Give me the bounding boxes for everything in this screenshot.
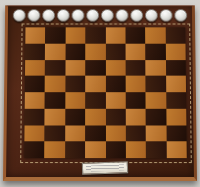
square-h4[interactable] (166, 92, 186, 108)
square-d4[interactable] (85, 92, 105, 108)
square-e8[interactable] (105, 27, 125, 43)
white-pieces-tray (13, 8, 187, 22)
square-a3[interactable] (25, 109, 45, 125)
square-c7[interactable] (65, 43, 85, 59)
square-a4[interactable] (25, 92, 45, 108)
white-checker-piece[interactable] (160, 9, 173, 21)
square-e4[interactable] (105, 92, 125, 108)
square-b7[interactable] (45, 43, 65, 59)
white-checker-piece[interactable] (174, 9, 187, 21)
square-c2[interactable] (65, 125, 85, 142)
white-checker-piece[interactable] (86, 9, 99, 21)
square-g2[interactable] (146, 125, 166, 142)
square-d3[interactable] (85, 109, 105, 125)
square-a6[interactable] (25, 60, 45, 76)
square-h3[interactable] (166, 109, 186, 125)
square-c1[interactable] (65, 142, 85, 159)
square-e3[interactable] (105, 109, 125, 125)
square-g3[interactable] (146, 109, 166, 125)
white-checker-piece[interactable] (57, 9, 70, 21)
square-a1[interactable] (24, 142, 44, 159)
square-e7[interactable] (105, 43, 125, 59)
square-h5[interactable] (166, 76, 186, 92)
label-plaque (82, 161, 128, 175)
square-g7[interactable] (145, 43, 165, 59)
square-a7[interactable] (25, 43, 45, 59)
square-f7[interactable] (125, 43, 145, 59)
square-c4[interactable] (65, 92, 85, 108)
white-checker-piece[interactable] (116, 9, 129, 21)
white-checker-piece[interactable] (72, 9, 85, 21)
square-f6[interactable] (125, 60, 145, 76)
square-d1[interactable] (85, 142, 105, 159)
square-d2[interactable] (85, 125, 105, 142)
square-e1[interactable] (105, 142, 125, 159)
square-a8[interactable] (25, 27, 45, 43)
square-b1[interactable] (45, 142, 65, 159)
white-checker-piece[interactable] (130, 9, 143, 21)
square-e2[interactable] (105, 125, 125, 142)
square-h6[interactable] (166, 60, 186, 76)
square-e6[interactable] (105, 60, 125, 76)
checkers-board (3, 5, 197, 181)
square-g5[interactable] (146, 76, 166, 92)
white-checker-piece[interactable] (101, 9, 114, 21)
square-f1[interactable] (126, 142, 146, 159)
white-checker-piece[interactable] (28, 9, 41, 21)
square-f2[interactable] (126, 125, 146, 142)
square-a2[interactable] (24, 125, 44, 142)
square-b3[interactable] (45, 109, 65, 125)
board-grid (24, 27, 187, 158)
square-h7[interactable] (165, 43, 185, 59)
square-b8[interactable] (45, 27, 65, 43)
square-g1[interactable] (146, 142, 166, 159)
square-g6[interactable] (146, 60, 166, 76)
square-c5[interactable] (65, 76, 85, 92)
square-d8[interactable] (85, 27, 105, 43)
square-h8[interactable] (165, 27, 185, 43)
square-b2[interactable] (45, 125, 65, 142)
square-c6[interactable] (65, 60, 85, 76)
square-f8[interactable] (125, 27, 145, 43)
square-d6[interactable] (85, 60, 105, 76)
square-e5[interactable] (105, 76, 125, 92)
square-b6[interactable] (45, 60, 65, 76)
square-f3[interactable] (126, 109, 146, 125)
square-c3[interactable] (65, 109, 85, 125)
square-d5[interactable] (85, 76, 105, 92)
square-g8[interactable] (145, 27, 165, 43)
white-checker-piece[interactable] (13, 9, 26, 21)
square-f4[interactable] (126, 92, 146, 108)
white-checker-piece[interactable] (42, 9, 55, 21)
square-a5[interactable] (25, 76, 45, 92)
white-checker-piece[interactable] (145, 9, 158, 21)
square-f5[interactable] (126, 76, 146, 92)
square-b5[interactable] (45, 76, 65, 92)
square-b4[interactable] (45, 92, 65, 108)
square-d7[interactable] (85, 43, 105, 59)
square-h1[interactable] (166, 142, 186, 159)
square-g4[interactable] (146, 92, 166, 108)
plaque-engraving (86, 164, 124, 171)
square-c8[interactable] (65, 27, 85, 43)
square-h2[interactable] (166, 125, 186, 142)
background (0, 0, 200, 187)
